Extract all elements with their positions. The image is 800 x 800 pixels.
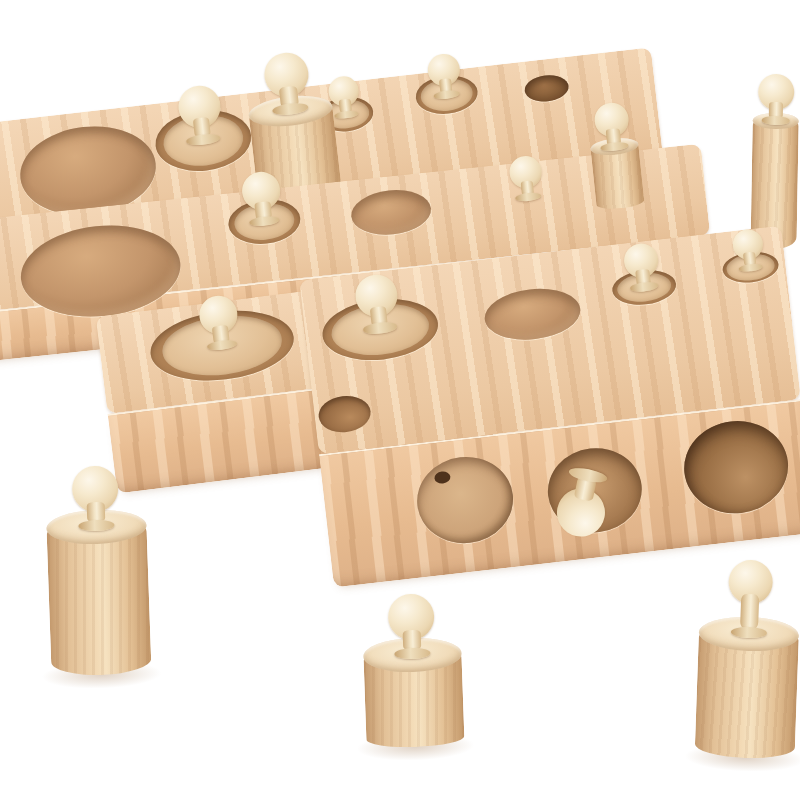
scene-description: Montessori knobbed cylinder blocks woode…: [0, 0, 1, 1]
block-d-front-flush-1-knob: [351, 272, 404, 336]
block-d-front-flush-3-knob: [621, 241, 664, 293]
cylinder-bottom-right-knob: [725, 559, 776, 638]
cylinder-bottom-right: [695, 558, 800, 759]
large-cylinder-bottom-left-body: [47, 525, 152, 676]
block-d-front-front-hole-2: [543, 443, 646, 537]
block-c-flush-1-knob: [195, 294, 243, 352]
block-b-cyl-5-knob: [591, 101, 633, 153]
block-d-front-flush-4-knob: [730, 227, 768, 273]
cylinder-bottom-right-knob-neck: [740, 594, 759, 630]
large-cylinder-bottom-left-knob-flare: [78, 519, 115, 532]
block-d-front-front-hole-1: [413, 452, 518, 548]
block-a-back-flush-4-knob: [425, 52, 465, 101]
small-cylinder-bottom-center-knob: [385, 593, 438, 660]
block-d-front-front-hole-1-dot: [434, 471, 451, 485]
thin-tall-cylinder-right-knob: [756, 74, 796, 126]
block-d-front: [299, 226, 800, 586]
cylinder-bottom-right-knob-flare: [731, 626, 767, 638]
block-b-knob-4: [506, 154, 546, 203]
thin-tall-cylinder-right: [750, 74, 799, 250]
cylinder-bottom-right-body: [695, 632, 799, 759]
product-photo-scene: Montessori knobbed cylinder blocks woode…: [0, 0, 800, 800]
small-cylinder-bottom-center-knob-flare: [394, 647, 431, 660]
block-a-back-flush-2-knob: [174, 83, 227, 147]
block-b-flush-2-knob: [238, 170, 285, 228]
block-d-front-front-hole-3: [679, 416, 793, 519]
block-d-front-front-hole-2-protruding-knob: [550, 464, 615, 541]
block-a-back-cyl-6-knob: [260, 50, 315, 117]
large-cylinder-bottom-left: [44, 464, 151, 676]
thin-tall-cylinder-right-knob-flare: [761, 116, 790, 126]
large-cylinder-bottom-left-knob: [69, 465, 122, 532]
small-cylinder-bottom-center: [361, 592, 464, 748]
